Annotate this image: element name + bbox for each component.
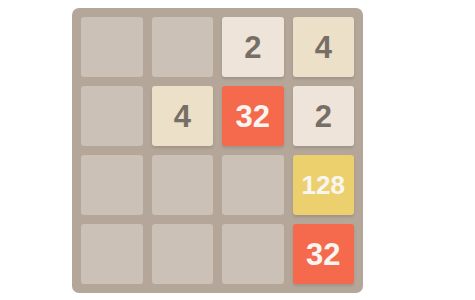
tile-r2c3-value-32: 32 bbox=[222, 86, 284, 146]
tile-grid: 2 4 4 32 2 128 32 bbox=[81, 17, 354, 284]
tile-r3c4-value-128: 128 bbox=[293, 155, 355, 215]
game-screen: 2 4 4 32 2 128 32 bbox=[0, 0, 475, 300]
cell-r4c3 bbox=[222, 224, 284, 284]
cell-r4c1 bbox=[81, 224, 143, 284]
cell-r3c2 bbox=[152, 155, 214, 215]
cell-r2c1 bbox=[81, 86, 143, 146]
cell-r4c2 bbox=[152, 224, 214, 284]
tile-r4c4-value-32: 32 bbox=[293, 224, 355, 284]
tile-r1c3-value-2: 2 bbox=[222, 17, 284, 77]
tile-r2c4-value-2: 2 bbox=[293, 86, 355, 146]
cell-r3c1 bbox=[81, 155, 143, 215]
tile-r2c2-value-4: 4 bbox=[152, 86, 214, 146]
game-board-2048[interactable]: 2 4 4 32 2 128 32 bbox=[72, 8, 363, 293]
cell-r1c1 bbox=[81, 17, 143, 77]
cell-r1c2 bbox=[152, 17, 214, 77]
tile-r1c4-value-4: 4 bbox=[293, 17, 355, 77]
cell-r3c3 bbox=[222, 155, 284, 215]
